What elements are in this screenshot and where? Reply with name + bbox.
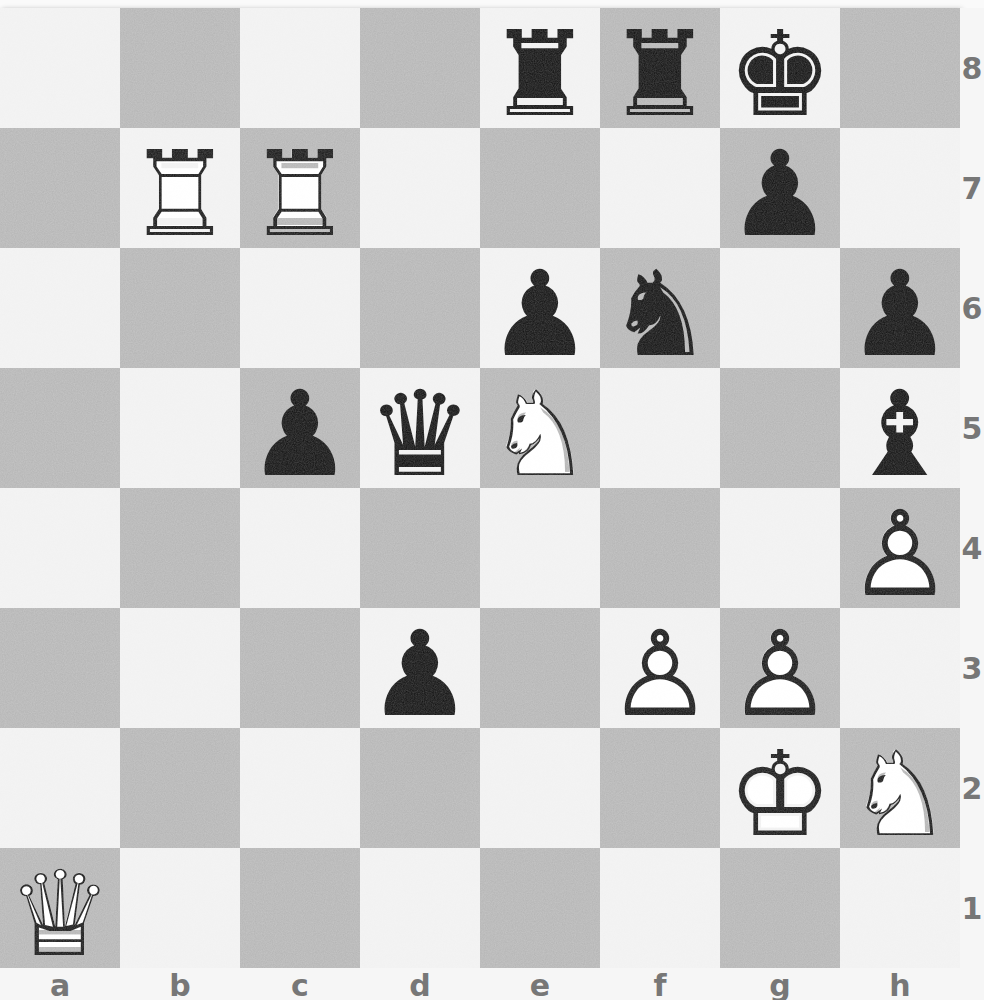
black-pawn-glyph: ♟ (360, 614, 480, 734)
square-c5[interactable]: ♟ (240, 368, 360, 488)
white-pawn[interactable]: ♟♙ (720, 608, 840, 728)
square-d5[interactable]: ♛ (360, 368, 480, 488)
white-knight-outline: ♘ (840, 734, 960, 854)
white-rook-outline: ♖ (240, 134, 360, 254)
black-pawn[interactable]: ♟ (240, 368, 360, 488)
rank-label-2: 2 (960, 728, 984, 848)
file-label-b: b (120, 968, 240, 1000)
square-f8[interactable]: ♜ (600, 8, 720, 128)
black-queen[interactable]: ♛ (360, 368, 480, 488)
square-f3[interactable]: ♟♙ (600, 608, 720, 728)
square-h1[interactable] (840, 848, 960, 968)
black-pawn[interactable]: ♟ (720, 128, 840, 248)
square-e1[interactable] (480, 848, 600, 968)
chess-diagram-page: ♜♜♚♜♖♜♖♟♟♞♟♟♛♞♘♝♟♙♟♟♙♟♙♚♔♞♘♛♕ 87654321 a… (0, 0, 984, 1000)
square-b3[interactable] (120, 608, 240, 728)
file-coordinates: abcdefgh (0, 968, 960, 1000)
square-b5[interactable] (120, 368, 240, 488)
square-e4[interactable] (480, 488, 600, 608)
black-queen-glyph: ♛ (360, 374, 480, 494)
square-f1[interactable] (600, 848, 720, 968)
black-pawn-glyph: ♟ (240, 374, 360, 494)
white-knight[interactable]: ♞♘ (480, 368, 600, 488)
black-king-glyph: ♚ (720, 14, 840, 134)
square-a1[interactable]: ♛♕ (0, 848, 120, 968)
black-pawn-glyph: ♟ (480, 254, 600, 374)
file-label-d: d (360, 968, 480, 1000)
square-b7[interactable]: ♜♖ (120, 128, 240, 248)
file-label-e: e (480, 968, 600, 1000)
square-d3[interactable]: ♟ (360, 608, 480, 728)
chess-board: ♜♜♚♜♖♜♖♟♟♞♟♟♛♞♘♝♟♙♟♟♙♟♙♚♔♞♘♛♕ (0, 8, 960, 968)
rank-label-6: 6 (960, 248, 984, 368)
square-e3[interactable] (480, 608, 600, 728)
black-pawn-glyph: ♟ (720, 134, 840, 254)
white-queen[interactable]: ♛♕ (0, 848, 120, 968)
white-rook-outline: ♖ (120, 134, 240, 254)
square-d2[interactable] (360, 728, 480, 848)
rank-label-3: 3 (960, 608, 984, 728)
white-pawn-outline: ♙ (840, 494, 960, 614)
square-c8[interactable] (240, 8, 360, 128)
square-f4[interactable] (600, 488, 720, 608)
square-a5[interactable] (0, 368, 120, 488)
square-a7[interactable] (0, 128, 120, 248)
square-d8[interactable] (360, 8, 480, 128)
white-pawn[interactable]: ♟♙ (840, 488, 960, 608)
square-g8[interactable]: ♚ (720, 8, 840, 128)
rank-label-5: 5 (960, 368, 984, 488)
square-c3[interactable] (240, 608, 360, 728)
white-pawn-outline: ♙ (600, 614, 720, 734)
square-d4[interactable] (360, 488, 480, 608)
black-pawn[interactable]: ♟ (840, 248, 960, 368)
square-h6[interactable]: ♟ (840, 248, 960, 368)
white-king-outline: ♔ (720, 734, 840, 854)
square-e2[interactable] (480, 728, 600, 848)
square-a4[interactable] (0, 488, 120, 608)
square-h8[interactable] (840, 8, 960, 128)
square-e5[interactable]: ♞♘ (480, 368, 600, 488)
rank-label-8: 8 (960, 8, 984, 128)
square-f5[interactable] (600, 368, 720, 488)
black-rook-glyph: ♜ (600, 14, 720, 134)
square-b4[interactable] (120, 488, 240, 608)
square-h7[interactable] (840, 128, 960, 248)
black-pawn[interactable]: ♟ (480, 248, 600, 368)
white-rook[interactable]: ♜♖ (240, 128, 360, 248)
square-b1[interactable] (120, 848, 240, 968)
square-b6[interactable] (120, 248, 240, 368)
black-knight[interactable]: ♞ (600, 248, 720, 368)
square-c6[interactable] (240, 248, 360, 368)
black-knight-glyph: ♞ (600, 254, 720, 374)
file-label-f: f (600, 968, 720, 1000)
square-f7[interactable] (600, 128, 720, 248)
square-d1[interactable] (360, 848, 480, 968)
square-c4[interactable] (240, 488, 360, 608)
black-rook[interactable]: ♜ (600, 8, 720, 128)
rank-label-7: 7 (960, 128, 984, 248)
white-queen-outline: ♕ (0, 854, 120, 974)
square-g7[interactable]: ♟ (720, 128, 840, 248)
black-king[interactable]: ♚ (720, 8, 840, 128)
square-d7[interactable] (360, 128, 480, 248)
square-b8[interactable] (120, 8, 240, 128)
square-g5[interactable] (720, 368, 840, 488)
square-a2[interactable] (0, 728, 120, 848)
black-bishop-glyph: ♝ (840, 374, 960, 494)
rank-coordinates: 87654321 (960, 8, 984, 968)
square-a6[interactable] (0, 248, 120, 368)
white-rook[interactable]: ♜♖ (120, 128, 240, 248)
square-h3[interactable] (840, 608, 960, 728)
square-c7[interactable]: ♜♖ (240, 128, 360, 248)
black-pawn-glyph: ♟ (840, 254, 960, 374)
square-c2[interactable] (240, 728, 360, 848)
square-e7[interactable] (480, 128, 600, 248)
square-a3[interactable] (0, 608, 120, 728)
black-rook[interactable]: ♜ (480, 8, 600, 128)
square-g2[interactable]: ♚♔ (720, 728, 840, 848)
white-knight-outline: ♘ (480, 374, 600, 494)
square-b2[interactable] (120, 728, 240, 848)
white-king[interactable]: ♚♔ (720, 728, 840, 848)
black-pawn[interactable]: ♟ (360, 608, 480, 728)
square-h4[interactable]: ♟♙ (840, 488, 960, 608)
rank-label-4: 4 (960, 488, 984, 608)
square-e8[interactable]: ♜ (480, 8, 600, 128)
black-bishop[interactable]: ♝ (840, 368, 960, 488)
square-a8[interactable] (0, 8, 120, 128)
square-h5[interactable]: ♝ (840, 368, 960, 488)
file-label-a: a (0, 968, 120, 1000)
square-f6[interactable]: ♞ (600, 248, 720, 368)
black-rook-glyph: ♜ (480, 14, 600, 134)
square-e6[interactable]: ♟ (480, 248, 600, 368)
file-label-c: c (240, 968, 360, 1000)
square-d6[interactable] (360, 248, 480, 368)
white-pawn[interactable]: ♟♙ (600, 608, 720, 728)
square-f2[interactable] (600, 728, 720, 848)
coordinate-corner (960, 968, 984, 1000)
square-g4[interactable] (720, 488, 840, 608)
square-g3[interactable]: ♟♙ (720, 608, 840, 728)
rank-label-1: 1 (960, 848, 984, 968)
square-g1[interactable] (720, 848, 840, 968)
square-g6[interactable] (720, 248, 840, 368)
square-h2[interactable]: ♞♘ (840, 728, 960, 848)
file-label-g: g (720, 968, 840, 1000)
square-c1[interactable] (240, 848, 360, 968)
file-label-h: h (840, 968, 960, 1000)
white-pawn-outline: ♙ (720, 614, 840, 734)
white-knight[interactable]: ♞♘ (840, 728, 960, 848)
